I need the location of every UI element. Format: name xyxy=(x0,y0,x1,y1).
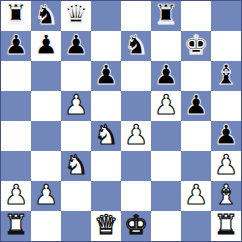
piece-white-knight[interactable]: ♞ xyxy=(64,151,88,180)
piece-white-pawn[interactable]: ♟ xyxy=(184,181,208,210)
square-b8[interactable]: ♞ xyxy=(31,1,61,31)
square-e6[interactable] xyxy=(121,61,151,91)
piece-black-rook[interactable]: ♜ xyxy=(4,1,28,30)
piece-black-pawn[interactable]: ♟ xyxy=(94,61,118,90)
square-e1[interactable]: ♚ xyxy=(121,211,151,241)
square-g2[interactable]: ♟ xyxy=(181,181,211,211)
piece-white-pawn[interactable]: ♟ xyxy=(34,181,58,210)
piece-black-pawn[interactable]: ♟ xyxy=(34,31,58,60)
piece-black-knight[interactable]: ♞ xyxy=(124,31,148,60)
square-a5[interactable] xyxy=(1,91,31,121)
piece-white-pawn[interactable]: ♟ xyxy=(124,121,148,150)
piece-black-bishop[interactable]: ♝ xyxy=(214,61,238,90)
square-d2[interactable] xyxy=(91,181,121,211)
square-d5[interactable] xyxy=(91,91,121,121)
square-h5[interactable] xyxy=(211,91,241,121)
square-c7[interactable]: ♟ xyxy=(61,31,91,61)
piece-black-pawn[interactable]: ♟ xyxy=(184,91,208,120)
square-d6[interactable]: ♟ xyxy=(91,61,121,91)
square-c8[interactable]: ♛ xyxy=(61,1,91,31)
square-c2[interactable] xyxy=(61,181,91,211)
square-c1[interactable] xyxy=(61,211,91,241)
square-h3[interactable]: ♟ xyxy=(211,151,241,181)
square-f7[interactable] xyxy=(151,31,181,61)
square-g5[interactable]: ♟ xyxy=(181,91,211,121)
square-g8[interactable] xyxy=(181,1,211,31)
square-d1[interactable]: ♛ xyxy=(91,211,121,241)
square-a4[interactable] xyxy=(1,121,31,151)
square-h4[interactable]: ♟ xyxy=(211,121,241,151)
square-f8[interactable]: ♜ xyxy=(151,1,181,31)
square-c4[interactable] xyxy=(61,121,91,151)
square-b4[interactable] xyxy=(31,121,61,151)
piece-white-king[interactable]: ♚ xyxy=(124,211,148,240)
piece-white-queen[interactable]: ♛ xyxy=(94,211,118,240)
square-a2[interactable]: ♟ xyxy=(1,181,31,211)
square-e7[interactable]: ♞ xyxy=(121,31,151,61)
square-b3[interactable] xyxy=(31,151,61,181)
square-d3[interactable] xyxy=(91,151,121,181)
square-a7[interactable]: ♟ xyxy=(1,31,31,61)
square-e8[interactable] xyxy=(121,1,151,31)
square-f6[interactable]: ♟ xyxy=(151,61,181,91)
piece-black-rook[interactable]: ♜ xyxy=(154,1,178,30)
piece-white-bishop[interactable]: ♝ xyxy=(214,181,238,210)
square-g4[interactable] xyxy=(181,121,211,151)
piece-black-king[interactable]: ♚ xyxy=(184,31,208,60)
piece-black-queen[interactable]: ♛ xyxy=(64,1,88,30)
piece-white-pawn[interactable]: ♟ xyxy=(4,181,28,210)
square-g1[interactable] xyxy=(181,211,211,241)
square-f5[interactable]: ♟ xyxy=(151,91,181,121)
square-b2[interactable]: ♟ xyxy=(31,181,61,211)
square-d8[interactable] xyxy=(91,1,121,31)
square-d7[interactable] xyxy=(91,31,121,61)
square-a6[interactable] xyxy=(1,61,31,91)
square-e5[interactable] xyxy=(121,91,151,121)
square-f3[interactable] xyxy=(151,151,181,181)
chess-board: ♜♞♛♜♟♟♟♞♚♟♟♝♟♟♟♞♟♟♞♟♟♟♟♝♜♛♚♜ xyxy=(0,0,242,242)
square-c5[interactable]: ♟ xyxy=(61,91,91,121)
square-e4[interactable]: ♟ xyxy=(121,121,151,151)
piece-white-pawn[interactable]: ♟ xyxy=(214,151,238,180)
square-h7[interactable] xyxy=(211,31,241,61)
square-h8[interactable] xyxy=(211,1,241,31)
piece-black-pawn[interactable]: ♟ xyxy=(64,31,88,60)
piece-white-pawn[interactable]: ♟ xyxy=(64,91,88,120)
square-b1[interactable] xyxy=(31,211,61,241)
square-f1[interactable] xyxy=(151,211,181,241)
square-a8[interactable]: ♜ xyxy=(1,1,31,31)
square-a1[interactable]: ♜ xyxy=(1,211,31,241)
square-g6[interactable] xyxy=(181,61,211,91)
square-e2[interactable] xyxy=(121,181,151,211)
piece-black-knight[interactable]: ♞ xyxy=(34,1,58,30)
square-b5[interactable] xyxy=(31,91,61,121)
square-b6[interactable] xyxy=(31,61,61,91)
square-g3[interactable] xyxy=(181,151,211,181)
square-g7[interactable]: ♚ xyxy=(181,31,211,61)
square-c6[interactable] xyxy=(61,61,91,91)
piece-white-rook[interactable]: ♜ xyxy=(4,211,28,240)
square-f2[interactable] xyxy=(151,181,181,211)
square-c3[interactable]: ♞ xyxy=(61,151,91,181)
piece-white-pawn[interactable]: ♟ xyxy=(154,91,178,120)
square-h2[interactable]: ♝ xyxy=(211,181,241,211)
piece-white-knight[interactable]: ♞ xyxy=(94,121,118,150)
square-e3[interactable] xyxy=(121,151,151,181)
square-h1[interactable]: ♜ xyxy=(211,211,241,241)
square-f4[interactable] xyxy=(151,121,181,151)
piece-black-pawn[interactable]: ♟ xyxy=(4,31,28,60)
square-a3[interactable] xyxy=(1,151,31,181)
piece-white-rook[interactable]: ♜ xyxy=(214,211,238,240)
square-b7[interactable]: ♟ xyxy=(31,31,61,61)
square-d4[interactable]: ♞ xyxy=(91,121,121,151)
piece-black-pawn[interactable]: ♟ xyxy=(154,61,178,90)
square-h6[interactable]: ♝ xyxy=(211,61,241,91)
piece-black-pawn[interactable]: ♟ xyxy=(214,121,238,150)
